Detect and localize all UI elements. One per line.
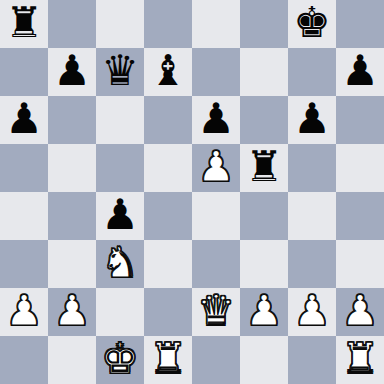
piece-black-pawn[interactable]: ♟: [53, 48, 91, 95]
square-g1[interactable]: [288, 336, 336, 384]
square-f5[interactable]: ♜: [240, 144, 288, 192]
piece-white-queen[interactable]: ♛: [197, 288, 235, 335]
square-d3[interactable]: [144, 240, 192, 288]
square-d1[interactable]: ♜: [144, 336, 192, 384]
square-f2[interactable]: ♟: [240, 288, 288, 336]
square-h3[interactable]: [336, 240, 384, 288]
square-d6[interactable]: [144, 96, 192, 144]
square-e1[interactable]: [192, 336, 240, 384]
square-d2[interactable]: [144, 288, 192, 336]
piece-black-king[interactable]: ♚: [293, 0, 331, 47]
piece-black-bishop[interactable]: ♝: [149, 48, 187, 95]
square-f3[interactable]: [240, 240, 288, 288]
square-h7[interactable]: ♟: [336, 48, 384, 96]
square-b7[interactable]: ♟: [48, 48, 96, 96]
square-e5[interactable]: ♟: [192, 144, 240, 192]
square-e7[interactable]: [192, 48, 240, 96]
square-d5[interactable]: [144, 144, 192, 192]
square-f1[interactable]: [240, 336, 288, 384]
square-f8[interactable]: [240, 0, 288, 48]
square-g7[interactable]: [288, 48, 336, 96]
piece-white-pawn[interactable]: ♟: [53, 288, 91, 335]
square-e3[interactable]: [192, 240, 240, 288]
square-h6[interactable]: [336, 96, 384, 144]
square-a4[interactable]: [0, 192, 48, 240]
square-d7[interactable]: ♝: [144, 48, 192, 96]
square-g3[interactable]: [288, 240, 336, 288]
square-a6[interactable]: ♟: [0, 96, 48, 144]
piece-black-pawn[interactable]: ♟: [101, 192, 139, 239]
square-a3[interactable]: [0, 240, 48, 288]
square-b5[interactable]: [48, 144, 96, 192]
piece-black-rook[interactable]: ♜: [5, 0, 43, 47]
piece-white-king[interactable]: ♚: [101, 336, 139, 383]
square-g5[interactable]: [288, 144, 336, 192]
piece-white-pawn[interactable]: ♟: [245, 288, 283, 335]
square-b6[interactable]: [48, 96, 96, 144]
piece-white-pawn[interactable]: ♟: [197, 144, 235, 191]
square-h8[interactable]: [336, 0, 384, 48]
piece-white-rook[interactable]: ♜: [149, 336, 187, 383]
chess-board: ♜♚♟♛♝♟♟♟♟♟♜♟♞♟♟♛♟♟♟♚♜♜: [0, 0, 384, 384]
square-h4[interactable]: [336, 192, 384, 240]
piece-black-pawn[interactable]: ♟: [197, 96, 235, 143]
square-d8[interactable]: [144, 0, 192, 48]
square-b1[interactable]: [48, 336, 96, 384]
piece-black-rook[interactable]: ♜: [245, 144, 283, 191]
square-c2[interactable]: [96, 288, 144, 336]
piece-white-rook[interactable]: ♜: [341, 336, 379, 383]
square-g8[interactable]: ♚: [288, 0, 336, 48]
square-c4[interactable]: ♟: [96, 192, 144, 240]
square-b3[interactable]: [48, 240, 96, 288]
square-b4[interactable]: [48, 192, 96, 240]
square-e2[interactable]: ♛: [192, 288, 240, 336]
square-c8[interactable]: [96, 0, 144, 48]
square-c7[interactable]: ♛: [96, 48, 144, 96]
square-a5[interactable]: [0, 144, 48, 192]
square-c3[interactable]: ♞: [96, 240, 144, 288]
square-a8[interactable]: ♜: [0, 0, 48, 48]
square-b2[interactable]: ♟: [48, 288, 96, 336]
square-c5[interactable]: [96, 144, 144, 192]
square-c1[interactable]: ♚: [96, 336, 144, 384]
square-a1[interactable]: [0, 336, 48, 384]
piece-white-pawn[interactable]: ♟: [5, 288, 43, 335]
square-h1[interactable]: ♜: [336, 336, 384, 384]
square-g2[interactable]: ♟: [288, 288, 336, 336]
square-e8[interactable]: [192, 0, 240, 48]
piece-white-knight[interactable]: ♞: [101, 240, 139, 287]
piece-black-pawn[interactable]: ♟: [293, 96, 331, 143]
square-f6[interactable]: [240, 96, 288, 144]
square-e6[interactable]: ♟: [192, 96, 240, 144]
piece-black-pawn[interactable]: ♟: [341, 48, 379, 95]
square-e4[interactable]: [192, 192, 240, 240]
square-h2[interactable]: ♟: [336, 288, 384, 336]
square-g4[interactable]: [288, 192, 336, 240]
square-c6[interactable]: [96, 96, 144, 144]
piece-black-queen[interactable]: ♛: [101, 48, 139, 95]
square-b8[interactable]: [48, 0, 96, 48]
square-a2[interactable]: ♟: [0, 288, 48, 336]
square-f7[interactable]: [240, 48, 288, 96]
square-f4[interactable]: [240, 192, 288, 240]
square-d4[interactable]: [144, 192, 192, 240]
piece-black-pawn[interactable]: ♟: [5, 96, 43, 143]
square-g6[interactable]: ♟: [288, 96, 336, 144]
piece-white-pawn[interactable]: ♟: [293, 288, 331, 335]
square-h5[interactable]: [336, 144, 384, 192]
piece-white-pawn[interactable]: ♟: [341, 288, 379, 335]
square-a7[interactable]: [0, 48, 48, 96]
